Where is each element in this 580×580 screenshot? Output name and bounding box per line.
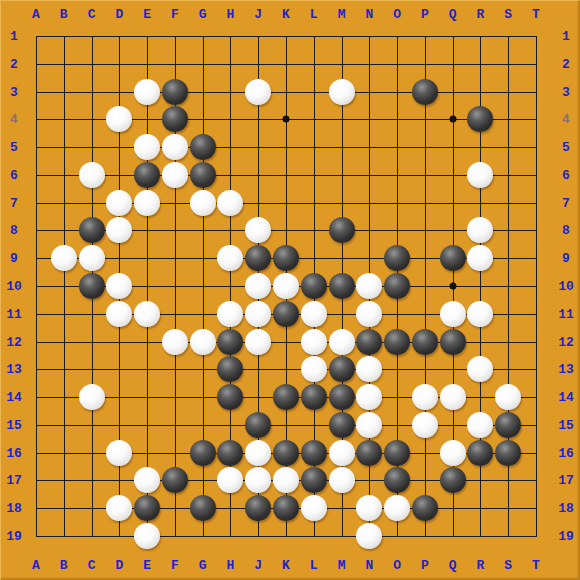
row-label: 15 xyxy=(6,418,22,431)
stone-white xyxy=(134,190,160,216)
stone-white xyxy=(301,301,327,327)
row-label: 2 xyxy=(10,57,18,70)
stone-black xyxy=(329,356,355,382)
stone-white xyxy=(329,467,355,493)
stone-white xyxy=(106,106,132,132)
stone-black xyxy=(190,495,216,521)
stone-white xyxy=(162,329,188,355)
row-label: 9 xyxy=(10,252,18,265)
stone-white xyxy=(329,329,355,355)
row-label: 13 xyxy=(558,363,574,376)
column-label: R xyxy=(477,559,485,572)
stone-black xyxy=(134,162,160,188)
stone-white xyxy=(356,384,382,410)
column-label: B xyxy=(60,8,68,21)
stone-white xyxy=(467,245,493,271)
stone-black xyxy=(495,440,521,466)
stone-white xyxy=(217,301,243,327)
stone-white xyxy=(217,190,243,216)
column-label: F xyxy=(171,8,179,21)
stone-black xyxy=(190,134,216,160)
stone-black xyxy=(467,440,493,466)
stone-white xyxy=(384,495,410,521)
stone-white xyxy=(245,217,271,243)
column-label: G xyxy=(199,559,207,572)
stone-white xyxy=(245,273,271,299)
stone-white xyxy=(106,495,132,521)
stone-white xyxy=(162,134,188,160)
column-label: O xyxy=(393,8,401,21)
column-label: S xyxy=(504,559,512,572)
stone-white xyxy=(79,245,105,271)
column-label: M xyxy=(338,8,346,21)
stone-white xyxy=(412,384,438,410)
stone-black xyxy=(384,273,410,299)
column-label: N xyxy=(365,559,373,572)
row-label: 9 xyxy=(562,252,570,265)
stone-black xyxy=(273,495,299,521)
stone-black xyxy=(217,356,243,382)
column-label: L xyxy=(310,559,318,572)
stone-black xyxy=(412,495,438,521)
stone-white xyxy=(356,412,382,438)
row-label: 11 xyxy=(6,307,22,320)
stone-white xyxy=(134,523,160,549)
stone-white xyxy=(356,523,382,549)
stone-black xyxy=(162,106,188,132)
stone-white xyxy=(134,134,160,160)
stone-white xyxy=(245,440,271,466)
stone-white xyxy=(467,301,493,327)
stone-white xyxy=(467,217,493,243)
go-board-app: AABBCCDDEEFFGGHHJJKKLLMMNNOOPPQQRRSSTT11… xyxy=(0,0,580,580)
stone-black xyxy=(301,384,327,410)
column-label: L xyxy=(310,8,318,21)
column-label: Q xyxy=(449,559,457,572)
stone-white xyxy=(245,301,271,327)
stone-black xyxy=(190,162,216,188)
stone-white xyxy=(356,356,382,382)
stone-white xyxy=(79,384,105,410)
column-label: H xyxy=(227,559,235,572)
stone-black xyxy=(384,245,410,271)
column-label: J xyxy=(254,8,262,21)
stone-white xyxy=(301,356,327,382)
column-label: S xyxy=(504,8,512,21)
column-label: T xyxy=(532,8,540,21)
stone-white xyxy=(301,329,327,355)
row-label: 2 xyxy=(562,57,570,70)
column-label: E xyxy=(143,559,151,572)
stone-black xyxy=(162,467,188,493)
row-label: 10 xyxy=(558,280,574,293)
row-label: 3 xyxy=(562,85,570,98)
stone-white xyxy=(106,217,132,243)
column-label: D xyxy=(115,8,123,21)
stone-black xyxy=(301,273,327,299)
stone-white xyxy=(106,190,132,216)
stone-white xyxy=(440,440,466,466)
column-label: G xyxy=(199,8,207,21)
row-label: 1 xyxy=(562,30,570,43)
stone-white xyxy=(467,162,493,188)
stone-white xyxy=(134,79,160,105)
column-label: E xyxy=(143,8,151,21)
column-label: A xyxy=(32,8,40,21)
stone-white xyxy=(273,273,299,299)
column-label: P xyxy=(421,559,429,572)
stone-white xyxy=(106,273,132,299)
column-label: C xyxy=(88,8,96,21)
column-label: P xyxy=(421,8,429,21)
stone-black xyxy=(217,440,243,466)
stone-black xyxy=(440,245,466,271)
row-label: 3 xyxy=(10,85,18,98)
stone-white xyxy=(356,301,382,327)
row-label: 14 xyxy=(558,391,574,404)
row-label: 11 xyxy=(558,307,574,320)
stone-black xyxy=(329,273,355,299)
stone-black xyxy=(440,467,466,493)
star-point xyxy=(449,116,456,123)
stone-white xyxy=(190,329,216,355)
stone-white xyxy=(245,467,271,493)
row-label: 7 xyxy=(562,196,570,209)
row-label: 17 xyxy=(6,474,22,487)
row-label: 19 xyxy=(6,530,22,543)
stone-white xyxy=(440,301,466,327)
row-label: 4 xyxy=(10,113,18,126)
stone-white xyxy=(356,273,382,299)
stone-black xyxy=(273,301,299,327)
stone-black xyxy=(245,412,271,438)
stone-white xyxy=(134,301,160,327)
row-label: 13 xyxy=(6,363,22,376)
column-label: O xyxy=(393,559,401,572)
stone-white xyxy=(273,467,299,493)
stone-white xyxy=(245,79,271,105)
row-label: 7 xyxy=(10,196,18,209)
star-point xyxy=(283,116,290,123)
stone-black xyxy=(412,79,438,105)
row-label: 19 xyxy=(558,530,574,543)
stone-white xyxy=(79,162,105,188)
column-label: T xyxy=(532,559,540,572)
column-label: H xyxy=(227,8,235,21)
column-label: F xyxy=(171,559,179,572)
row-label: 16 xyxy=(558,446,574,459)
stone-white xyxy=(217,245,243,271)
stone-white xyxy=(440,384,466,410)
stone-black xyxy=(301,440,327,466)
stone-white xyxy=(106,440,132,466)
row-label: 18 xyxy=(558,502,574,515)
stone-black xyxy=(329,384,355,410)
stone-white xyxy=(134,467,160,493)
column-label: C xyxy=(88,559,96,572)
stone-black xyxy=(384,329,410,355)
stone-black xyxy=(162,79,188,105)
stone-white xyxy=(329,440,355,466)
stone-black xyxy=(440,329,466,355)
stone-white xyxy=(329,79,355,105)
row-label: 1 xyxy=(10,30,18,43)
stone-black xyxy=(245,495,271,521)
stone-black xyxy=(79,217,105,243)
column-label: A xyxy=(32,559,40,572)
stone-black xyxy=(467,106,493,132)
stone-white xyxy=(190,190,216,216)
stone-white xyxy=(162,162,188,188)
stone-black xyxy=(301,467,327,493)
stone-white xyxy=(51,245,77,271)
stone-white xyxy=(217,467,243,493)
stone-black xyxy=(384,440,410,466)
stone-black xyxy=(356,329,382,355)
stone-black xyxy=(217,329,243,355)
stone-white xyxy=(467,412,493,438)
star-point xyxy=(449,283,456,290)
row-label: 12 xyxy=(558,335,574,348)
stone-black xyxy=(356,440,382,466)
row-label: 8 xyxy=(562,224,570,237)
stone-black xyxy=(79,273,105,299)
stone-black xyxy=(412,329,438,355)
row-label: 14 xyxy=(6,391,22,404)
stone-white xyxy=(245,329,271,355)
column-label: M xyxy=(338,559,346,572)
stone-white xyxy=(495,384,521,410)
stone-black xyxy=(190,440,216,466)
stone-white xyxy=(356,495,382,521)
row-label: 4 xyxy=(562,113,570,126)
stone-white xyxy=(412,412,438,438)
stone-white xyxy=(106,301,132,327)
column-label: R xyxy=(477,8,485,21)
row-label: 18 xyxy=(6,502,22,515)
stone-black xyxy=(384,467,410,493)
row-label: 5 xyxy=(10,141,18,154)
column-label: J xyxy=(254,559,262,572)
stone-black xyxy=(273,384,299,410)
row-label: 10 xyxy=(6,280,22,293)
stone-black xyxy=(134,495,160,521)
stone-white xyxy=(467,356,493,382)
row-label: 15 xyxy=(558,418,574,431)
column-label: B xyxy=(60,559,68,572)
row-label: 5 xyxy=(562,141,570,154)
column-label: D xyxy=(115,559,123,572)
stone-black xyxy=(495,412,521,438)
row-label: 6 xyxy=(562,168,570,181)
column-label: Q xyxy=(449,8,457,21)
stone-white xyxy=(301,495,327,521)
stone-black xyxy=(217,384,243,410)
row-label: 8 xyxy=(10,224,18,237)
row-label: 12 xyxy=(6,335,22,348)
column-label: K xyxy=(282,8,290,21)
row-label: 16 xyxy=(6,446,22,459)
column-label: N xyxy=(365,8,373,21)
row-label: 6 xyxy=(10,168,18,181)
row-label: 17 xyxy=(558,474,574,487)
stone-black xyxy=(245,245,271,271)
column-label: K xyxy=(282,559,290,572)
stone-black xyxy=(329,412,355,438)
stone-black xyxy=(273,440,299,466)
stone-black xyxy=(329,217,355,243)
stone-black xyxy=(273,245,299,271)
